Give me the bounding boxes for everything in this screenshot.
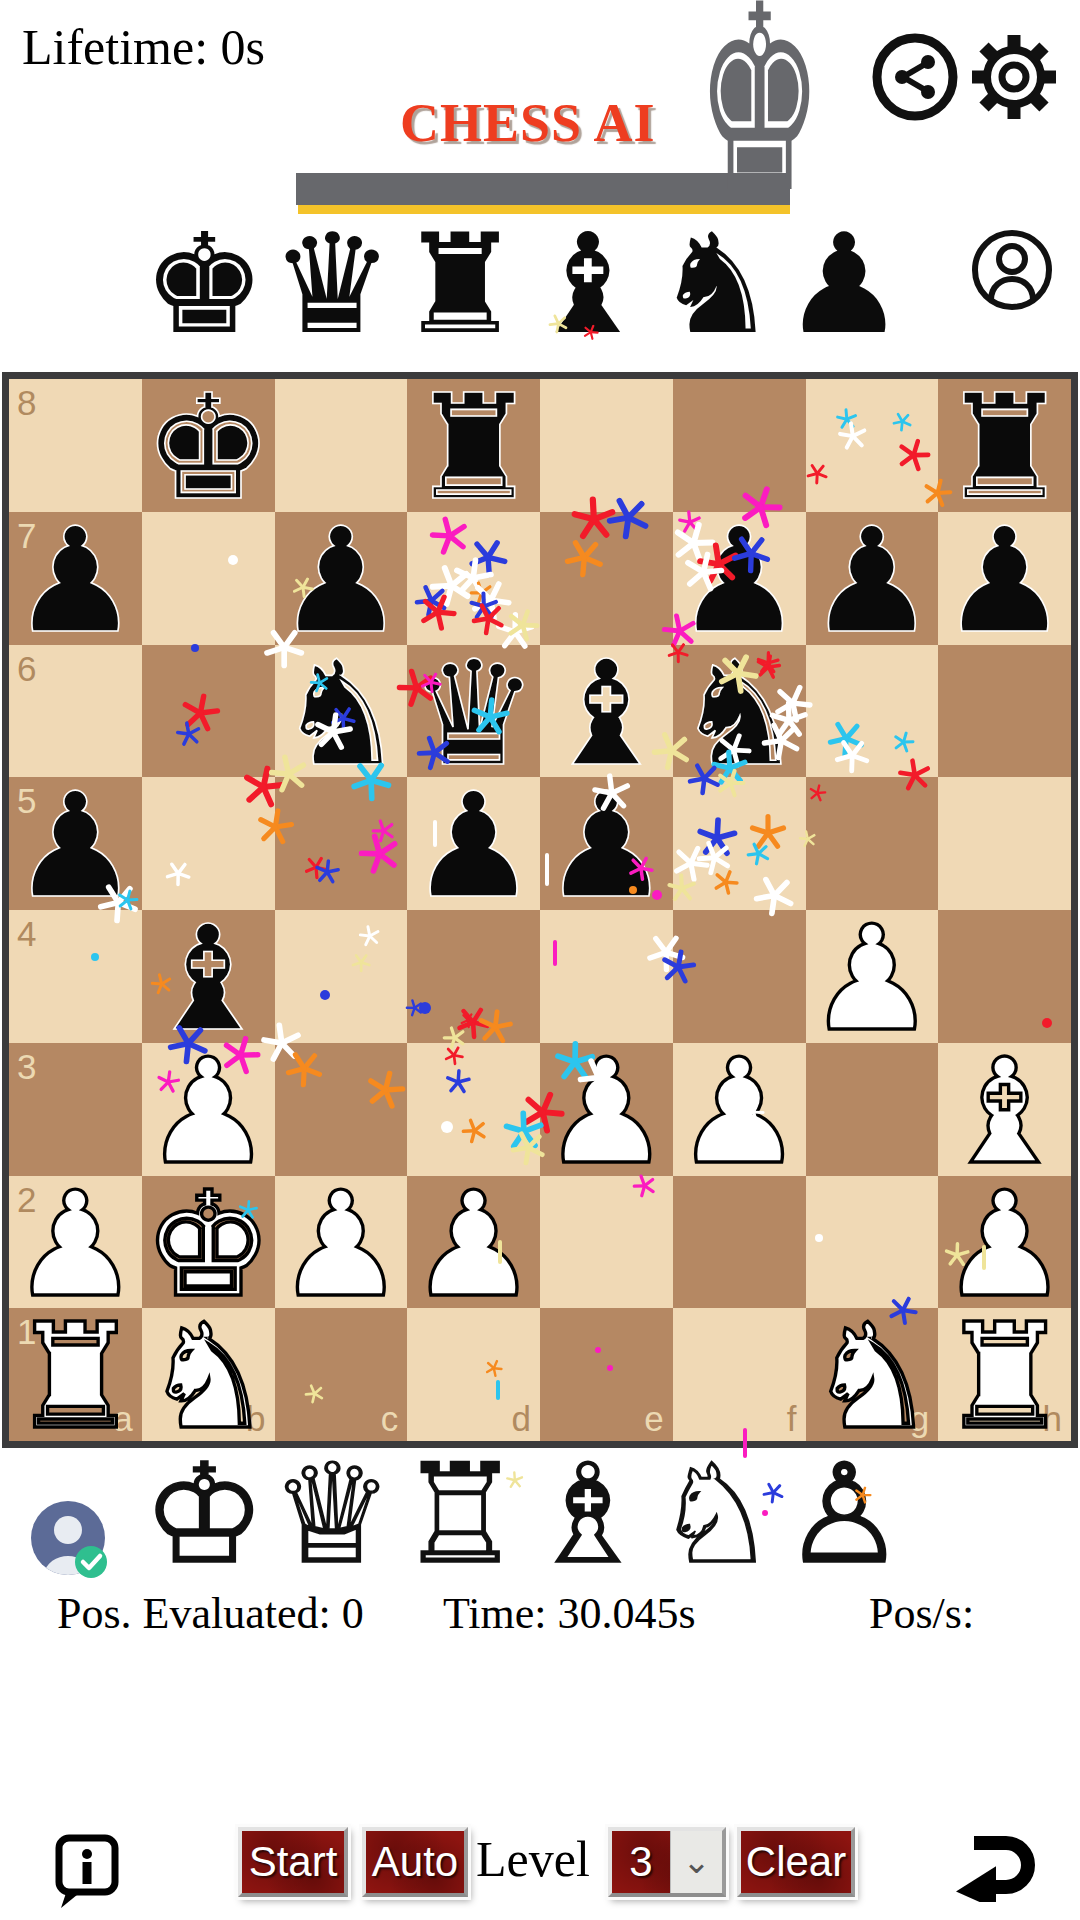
piece-bR-d8[interactable]: ♜ — [407, 379, 540, 512]
square-f1[interactable]: f — [673, 1308, 806, 1441]
square-a8[interactable]: 8 — [9, 379, 142, 512]
clear-button[interactable]: Clear — [737, 1827, 855, 1897]
undo-arrow-icon[interactable] — [948, 1830, 1044, 1902]
logo-king-silhouette: ♚ — [696, 0, 784, 230]
chess-board[interactable]: 8♚♜♜7♟♟♟♟♟6♞♛♝♞5♟♟♟4♝♟3♟♟♟♝2♟♚♟♟♟1a♜b♞cd… — [2, 372, 1078, 1448]
piece-wN-b1[interactable]: ♞ — [142, 1308, 275, 1441]
file-label-e: e — [644, 1399, 663, 1439]
app-title: CHESS AI — [400, 92, 690, 154]
square-b3[interactable]: ♟ — [142, 1043, 275, 1176]
white-tray-king[interactable]: ♔ — [138, 1448, 270, 1582]
square-f4[interactable] — [673, 910, 806, 1043]
black-tray-pawn[interactable]: ♟ — [778, 218, 910, 352]
piece-wB-h3[interactable]: ♝ — [938, 1043, 1071, 1176]
square-c3[interactable] — [275, 1043, 408, 1176]
share-icon[interactable] — [872, 33, 958, 121]
piece-wP-b3[interactable]: ♟ — [142, 1043, 275, 1176]
file-label-f: f — [787, 1399, 797, 1439]
piece-wN-g1[interactable]: ♞ — [806, 1308, 939, 1441]
rank-label-3: 3 — [17, 1047, 36, 1087]
piece-wP-c2[interactable]: ♟ — [275, 1176, 408, 1309]
piece-bK-b8[interactable]: ♚ — [142, 379, 275, 512]
positions-evaluated-text: Pos. Evaluated: 0 — [57, 1588, 364, 1639]
white-piece-tray: ♔♕♖♗♘♙ — [0, 1448, 1080, 1582]
square-f3[interactable]: ♟ — [673, 1043, 806, 1176]
square-h5[interactable] — [938, 777, 1071, 910]
piece-bN-f6[interactable]: ♞ — [673, 645, 806, 778]
square-c4[interactable] — [275, 910, 408, 1043]
square-b4[interactable]: ♝ — [142, 910, 275, 1043]
square-e8[interactable] — [540, 379, 673, 512]
square-h4[interactable] — [938, 910, 1071, 1043]
piece-wR-a1[interactable]: ♜ — [9, 1308, 142, 1441]
white-tray-bishop[interactable]: ♗ — [522, 1448, 654, 1582]
level-select[interactable]: 3 ⌄ — [608, 1827, 726, 1897]
user-avatar[interactable] — [31, 1500, 109, 1580]
square-b6[interactable] — [142, 645, 275, 778]
square-g8[interactable] — [806, 379, 939, 512]
piece-wP-h2[interactable]: ♟ — [938, 1176, 1071, 1309]
white-tray-pawn[interactable]: ♙ — [778, 1448, 910, 1582]
piece-wK-b2[interactable]: ♚ — [142, 1176, 275, 1309]
file-label-c: c — [381, 1399, 399, 1439]
piece-bP-a5[interactable]: ♟ — [9, 777, 142, 910]
square-f8[interactable] — [673, 379, 806, 512]
square-c8[interactable] — [275, 379, 408, 512]
piece-bP-h7[interactable]: ♟ — [938, 512, 1071, 645]
square-g4[interactable]: ♟ — [806, 910, 939, 1043]
black-tray-rook[interactable]: ♜ — [394, 218, 526, 352]
auto-button[interactable]: Auto — [362, 1827, 468, 1897]
piece-wP-e3[interactable]: ♟ — [540, 1043, 673, 1176]
white-tray-rook[interactable]: ♖ — [394, 1448, 526, 1582]
square-a5[interactable]: 5♟ — [9, 777, 142, 910]
square-d5[interactable]: ♟ — [407, 777, 540, 910]
black-tray-king[interactable]: ♚ — [138, 218, 270, 352]
square-e5[interactable]: ♟ — [540, 777, 673, 910]
piece-bB-e6[interactable]: ♝ — [540, 645, 673, 778]
square-d2[interactable]: ♟ — [407, 1176, 540, 1309]
square-e7[interactable] — [540, 512, 673, 645]
square-h8[interactable]: ♜ — [938, 379, 1071, 512]
piece-wP-g4[interactable]: ♟ — [806, 910, 939, 1043]
square-a1[interactable]: 1a♜ — [9, 1308, 142, 1441]
white-tray-knight[interactable]: ♘ — [650, 1448, 782, 1582]
chess-ai-app: Lifetime: 0s ♚ CHESS AI — [0, 0, 1080, 1920]
square-h2[interactable]: ♟ — [938, 1176, 1071, 1309]
square-e1[interactable]: e — [540, 1308, 673, 1441]
square-h3[interactable]: ♝ — [938, 1043, 1071, 1176]
piece-bP-a7[interactable]: ♟ — [9, 512, 142, 645]
piece-bP-g7[interactable]: ♟ — [806, 512, 939, 645]
square-b5[interactable] — [142, 777, 275, 910]
square-f7[interactable]: ♟ — [673, 512, 806, 645]
level-label: Level — [476, 1830, 590, 1888]
square-d6[interactable]: ♛ — [407, 645, 540, 778]
start-button[interactable]: Start — [238, 1827, 348, 1897]
piece-bN-c6[interactable]: ♞ — [275, 645, 408, 778]
black-tray-queen[interactable]: ♛ — [266, 218, 398, 352]
info-speech-bubble-icon[interactable] — [49, 1832, 125, 1910]
white-tray-queen[interactable]: ♕ — [266, 1448, 398, 1582]
square-d3[interactable] — [407, 1043, 540, 1176]
square-a3[interactable]: 3 — [9, 1043, 142, 1176]
level-selected-value: 3 — [612, 1831, 670, 1893]
time-text: Time: 30.045s — [443, 1588, 696, 1639]
piece-bB-b4[interactable]: ♝ — [142, 910, 275, 1043]
piece-wR-h1[interactable]: ♜ — [938, 1308, 1071, 1441]
square-c7[interactable]: ♟ — [275, 512, 408, 645]
piece-wP-f3[interactable]: ♟ — [673, 1043, 806, 1176]
square-g5[interactable] — [806, 777, 939, 910]
piece-wP-a2[interactable]: ♟ — [9, 1176, 142, 1309]
piece-bP-e5[interactable]: ♟ — [540, 777, 673, 910]
black-tray-bishop[interactable]: ♝ — [522, 218, 654, 352]
piece-wP-d2[interactable]: ♟ — [407, 1176, 540, 1309]
square-c6[interactable]: ♞ — [275, 645, 408, 778]
piece-bP-d5[interactable]: ♟ — [407, 777, 540, 910]
square-b1[interactable]: b♞ — [142, 1308, 275, 1441]
square-g2[interactable] — [806, 1176, 939, 1309]
settings-gear-icon[interactable] — [966, 28, 1062, 126]
piece-bR-h8[interactable]: ♜ — [938, 379, 1071, 512]
square-a2[interactable]: 2♟ — [9, 1176, 142, 1309]
square-c2[interactable]: ♟ — [275, 1176, 408, 1309]
piece-bP-c7[interactable]: ♟ — [275, 512, 408, 645]
square-b2[interactable]: ♚ — [142, 1176, 275, 1309]
lifetime-counter: Lifetime: 0s — [22, 18, 265, 76]
black-tray-knight[interactable]: ♞ — [650, 218, 782, 352]
piece-bP-f7[interactable]: ♟ — [673, 512, 806, 645]
chevron-down-icon: ⌄ — [670, 1831, 722, 1893]
verified-badge — [75, 1546, 107, 1578]
square-h7[interactable]: ♟ — [938, 512, 1071, 645]
square-g7[interactable]: ♟ — [806, 512, 939, 645]
square-b8[interactable]: ♚ — [142, 379, 275, 512]
square-a7[interactable]: 7♟ — [9, 512, 142, 645]
square-h1[interactable]: h♜ — [938, 1308, 1071, 1441]
square-e6[interactable]: ♝ — [540, 645, 673, 778]
square-e3[interactable]: ♟ — [540, 1043, 673, 1176]
rank-label-8: 8 — [17, 383, 36, 423]
file-label-d: d — [512, 1399, 531, 1439]
piece-bQ-d6[interactable]: ♛ — [407, 645, 540, 778]
black-piece-tray: ♚♛♜♝♞♟ — [0, 218, 1080, 352]
square-g1[interactable]: g♞ — [806, 1308, 939, 1441]
square-d8[interactable]: ♜ — [407, 379, 540, 512]
square-f6[interactable]: ♞ — [673, 645, 806, 778]
pos-per-second-text: Pos/s: — [869, 1588, 974, 1639]
